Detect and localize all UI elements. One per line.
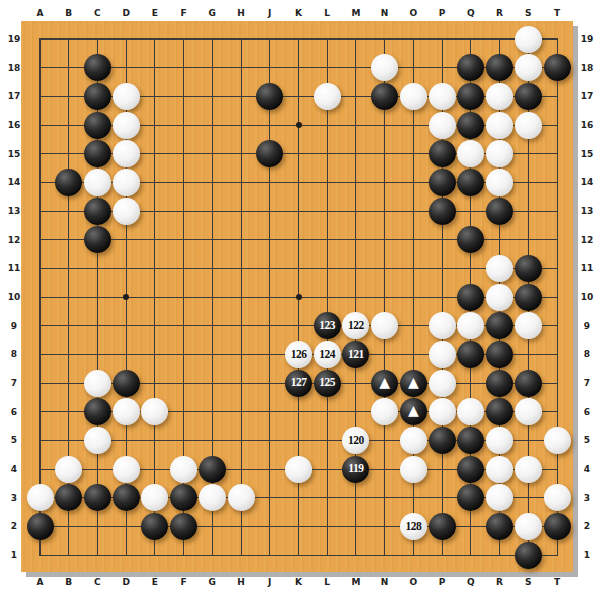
col-label-top-F: F	[175, 7, 193, 19]
col-label-top-P: P	[433, 7, 451, 19]
col-label-top-O: O	[404, 7, 422, 19]
row-label-right-4: 4	[575, 463, 599, 475]
black-stone-T18[interactable]	[544, 54, 571, 81]
col-label-bottom-O: O	[404, 576, 422, 588]
row-label-right-5: 5	[575, 434, 599, 446]
white-stone-S19[interactable]	[515, 26, 542, 53]
col-label-top-C: C	[88, 7, 106, 19]
white-stone-D6[interactable]	[113, 398, 140, 425]
col-label-bottom-C: C	[88, 576, 106, 588]
col-label-bottom-D: D	[117, 576, 135, 588]
black-stone-C12[interactable]	[84, 226, 111, 253]
white-stone-S16[interactable]	[515, 112, 542, 139]
black-stone-D3[interactable]	[113, 484, 140, 511]
col-label-bottom-R: R	[491, 576, 509, 588]
white-stone-C14[interactable]	[84, 169, 111, 196]
black-stone-S10[interactable]	[515, 284, 542, 311]
move-number: 125	[319, 377, 335, 389]
white-stone-T5[interactable]	[544, 427, 571, 454]
row-label-right-8: 8	[575, 348, 599, 360]
col-label-top-B: B	[60, 7, 78, 19]
triangle-marker-icon: ▲	[408, 397, 419, 424]
triangle-marker-icon: ▲	[379, 369, 390, 396]
col-label-bottom-J: J	[261, 576, 279, 588]
row-label-right-9: 9	[575, 320, 599, 332]
col-label-bottom-H: H	[232, 576, 250, 588]
col-label-bottom-S: S	[519, 576, 537, 588]
white-stone-R4[interactable]	[486, 456, 513, 483]
black-stone-O6[interactable]: ▲	[400, 398, 427, 425]
white-stone-D13[interactable]	[113, 198, 140, 225]
black-stone-R13[interactable]	[486, 198, 513, 225]
col-label-top-S: S	[519, 7, 537, 19]
black-stone-C16[interactable]	[84, 112, 111, 139]
triangle-marker-icon: ▲	[408, 369, 419, 396]
col-label-bottom-A: A	[31, 576, 49, 588]
white-stone-O2[interactable]: 128	[400, 513, 427, 540]
move-number: 122	[348, 320, 364, 332]
move-number: 126	[291, 349, 307, 361]
white-stone-P6[interactable]	[429, 398, 456, 425]
white-stone-R5[interactable]	[486, 427, 513, 454]
row-label-right-14: 14	[575, 176, 599, 188]
white-stone-S6[interactable]	[515, 398, 542, 425]
white-stone-T3[interactable]	[544, 484, 571, 511]
col-label-bottom-T: T	[548, 576, 566, 588]
white-stone-D14[interactable]	[113, 169, 140, 196]
white-stone-P8[interactable]	[429, 341, 456, 368]
white-stone-R17[interactable]	[486, 83, 513, 110]
black-stone-R2[interactable]	[486, 513, 513, 540]
black-stone-S7[interactable]	[515, 370, 542, 397]
white-stone-S2[interactable]	[515, 513, 542, 540]
black-stone-N17[interactable]	[371, 83, 398, 110]
col-label-bottom-M: M	[347, 576, 365, 588]
row-label-right-15: 15	[575, 148, 599, 160]
white-stone-R16[interactable]	[486, 112, 513, 139]
white-stone-C7[interactable]	[84, 370, 111, 397]
black-stone-R18[interactable]	[486, 54, 513, 81]
white-stone-A3[interactable]	[27, 484, 54, 511]
black-stone-L9[interactable]: 123	[314, 312, 341, 339]
black-stone-Q16[interactable]	[457, 112, 484, 139]
white-stone-P16[interactable]	[429, 112, 456, 139]
white-stone-F4[interactable]	[170, 456, 197, 483]
row-label-right-1: 1	[575, 549, 599, 561]
black-stone-S17[interactable]	[515, 83, 542, 110]
white-stone-R10[interactable]	[486, 284, 513, 311]
black-stone-C6[interactable]	[84, 398, 111, 425]
white-stone-L8[interactable]: 124	[314, 341, 341, 368]
col-label-top-H: H	[232, 7, 250, 19]
white-stone-S9[interactable]	[515, 312, 542, 339]
black-stone-M4[interactable]: 119	[342, 456, 369, 483]
black-stone-C17[interactable]	[84, 83, 111, 110]
black-stone-G4[interactable]	[199, 456, 226, 483]
col-label-top-J: J	[261, 7, 279, 19]
col-label-top-K: K	[290, 7, 308, 19]
col-label-top-Q: Q	[462, 7, 480, 19]
row-label-right-10: 10	[575, 291, 599, 303]
move-number: 119	[348, 463, 363, 475]
row-label-right-13: 13	[575, 205, 599, 217]
black-stone-S11[interactable]	[515, 255, 542, 282]
white-stone-L17[interactable]	[314, 83, 341, 110]
col-label-top-M: M	[347, 7, 365, 19]
black-stone-B14[interactable]	[55, 169, 82, 196]
white-stone-S4[interactable]	[515, 456, 542, 483]
white-stone-H3[interactable]	[228, 484, 255, 511]
black-stone-C15[interactable]	[84, 140, 111, 167]
black-stone-C3[interactable]	[84, 484, 111, 511]
white-stone-B4[interactable]	[55, 456, 82, 483]
white-stone-R15[interactable]	[486, 140, 513, 167]
black-stone-P13[interactable]	[429, 198, 456, 225]
move-number: 121	[348, 349, 364, 361]
col-label-bottom-E: E	[146, 576, 164, 588]
white-stone-R14[interactable]	[486, 169, 513, 196]
row-label-right-2: 2	[575, 520, 599, 532]
white-stone-D16[interactable]	[113, 112, 140, 139]
black-stone-S1[interactable]	[515, 542, 542, 569]
col-label-bottom-K: K	[290, 576, 308, 588]
col-label-bottom-G: G	[203, 576, 221, 588]
row-label-right-11: 11	[575, 262, 599, 274]
black-stone-Q10[interactable]	[457, 284, 484, 311]
white-stone-R11[interactable]	[486, 255, 513, 282]
white-stone-P9[interactable]	[429, 312, 456, 339]
col-label-top-N: N	[376, 7, 394, 19]
col-label-bottom-L: L	[318, 576, 336, 588]
black-stone-K7[interactable]: 127	[285, 370, 312, 397]
col-label-top-T: T	[548, 7, 566, 19]
row-label-right-18: 18	[575, 62, 599, 74]
black-stone-D7[interactable]	[113, 370, 140, 397]
col-label-bottom-F: F	[175, 576, 193, 588]
black-stone-R6[interactable]	[486, 398, 513, 425]
black-stone-P14[interactable]	[429, 169, 456, 196]
white-stone-D4[interactable]	[113, 456, 140, 483]
black-stone-C18[interactable]	[84, 54, 111, 81]
black-stone-F2[interactable]	[170, 513, 197, 540]
black-stone-Q14[interactable]	[457, 169, 484, 196]
black-stone-A2[interactable]	[27, 513, 54, 540]
row-label-right-6: 6	[575, 406, 599, 418]
row-label-right-3: 3	[575, 492, 599, 504]
black-stone-Q4[interactable]	[457, 456, 484, 483]
black-stone-Q17[interactable]	[457, 83, 484, 110]
black-stone-J17[interactable]	[256, 83, 283, 110]
col-label-top-A: A	[31, 7, 49, 19]
row-label-right-17: 17	[575, 90, 599, 102]
col-label-top-R: R	[491, 7, 509, 19]
row-label-right-16: 16	[575, 119, 599, 131]
white-stone-G3[interactable]	[199, 484, 226, 511]
white-stone-P17[interactable]	[429, 83, 456, 110]
col-label-bottom-B: B	[60, 576, 78, 588]
white-stone-K8[interactable]: 126	[285, 341, 312, 368]
black-stone-C13[interactable]	[84, 198, 111, 225]
move-number: 128	[406, 521, 422, 533]
col-label-bottom-Q: Q	[462, 576, 480, 588]
col-label-top-E: E	[146, 7, 164, 19]
star-point-K16	[296, 122, 302, 128]
black-stone-R7[interactable]	[486, 370, 513, 397]
white-stone-K4[interactable]	[285, 456, 312, 483]
white-stone-S18[interactable]	[515, 54, 542, 81]
white-stone-C5[interactable]	[84, 427, 111, 454]
white-stone-D15[interactable]	[113, 140, 140, 167]
black-stone-R9[interactable]	[486, 312, 513, 339]
move-number: 123	[319, 320, 335, 332]
star-point-K10	[296, 294, 302, 300]
black-stone-P15[interactable]	[429, 140, 456, 167]
row-label-right-19: 19	[575, 33, 599, 45]
col-label-bottom-N: N	[376, 576, 394, 588]
white-stone-O5[interactable]	[400, 427, 427, 454]
white-stone-P7[interactable]	[429, 370, 456, 397]
black-stone-P5[interactable]	[429, 427, 456, 454]
col-label-top-L: L	[318, 7, 336, 19]
black-stone-Q8[interactable]	[457, 341, 484, 368]
white-stone-D17[interactable]	[113, 83, 140, 110]
col-label-top-G: G	[203, 7, 221, 19]
white-stone-O4[interactable]	[400, 456, 427, 483]
col-label-top-D: D	[117, 7, 135, 19]
go-board[interactable]: 123122126124121127125▲▲▲120119128	[21, 21, 573, 572]
move-number: 127	[291, 377, 307, 389]
black-stone-O7[interactable]: ▲	[400, 370, 427, 397]
col-label-bottom-P: P	[433, 576, 451, 588]
black-stone-T2[interactable]	[544, 513, 571, 540]
move-number: 124	[319, 349, 335, 361]
row-label-right-12: 12	[575, 234, 599, 246]
row-label-right-7: 7	[575, 377, 599, 389]
go-diagram: 123122126124121127125▲▲▲120119128 AABBCC…	[0, 0, 600, 600]
move-number: 120	[348, 435, 364, 447]
black-stone-R8[interactable]	[486, 341, 513, 368]
white-stone-R3[interactable]	[486, 484, 513, 511]
black-stone-L7[interactable]: 125	[314, 370, 341, 397]
black-stone-P2[interactable]	[429, 513, 456, 540]
black-stone-N7[interactable]: ▲	[371, 370, 398, 397]
black-stone-Q5[interactable]	[457, 427, 484, 454]
white-stone-O17[interactable]	[400, 83, 427, 110]
